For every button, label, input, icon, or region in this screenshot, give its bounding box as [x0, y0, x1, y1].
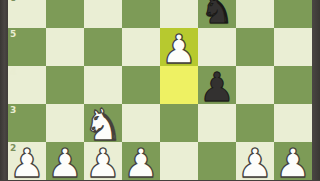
square-b3[interactable]	[46, 104, 84, 142]
square-e5[interactable]: ♟	[160, 28, 198, 66]
square-g4[interactable]	[236, 66, 274, 104]
square-g2[interactable]: ♟	[236, 142, 274, 180]
square-d5[interactable]	[122, 28, 160, 66]
square-e6[interactable]	[160, 0, 198, 28]
square-c3[interactable]: ♞	[84, 104, 122, 142]
square-f6[interactable]: ♞	[198, 0, 236, 28]
square-h4[interactable]	[274, 66, 312, 104]
white-pawn[interactable]: ♟	[9, 143, 45, 181]
square-f3[interactable]	[198, 104, 236, 142]
rank-label-3: 3	[10, 105, 16, 115]
white-pawn[interactable]: ♟	[47, 143, 83, 181]
square-c6[interactable]	[84, 0, 122, 28]
black-knight[interactable]: ♞	[200, 0, 233, 28]
square-d6[interactable]	[122, 0, 160, 28]
square-a3[interactable]: 3	[8, 104, 46, 142]
square-f5[interactable]	[198, 28, 236, 66]
square-f4[interactable]: ♟	[198, 66, 236, 104]
white-pawn[interactable]: ♟	[85, 143, 121, 181]
square-g6[interactable]	[236, 0, 274, 28]
square-h3[interactable]	[274, 104, 312, 142]
board-frame-right	[312, 0, 320, 180]
black-pawn[interactable]: ♟	[199, 67, 235, 107]
square-a2[interactable]: 2♟	[8, 142, 46, 180]
square-f2[interactable]	[198, 142, 236, 180]
square-h2[interactable]: ♟	[274, 142, 312, 180]
square-h5[interactable]	[274, 28, 312, 66]
chess-board: 6♞5♟4♟3♞2♟♟♟♟♟♟	[8, 0, 312, 180]
square-a6[interactable]: 6	[8, 0, 46, 28]
square-a4[interactable]: 4	[8, 66, 46, 104]
square-b2[interactable]: ♟	[46, 142, 84, 180]
square-c2[interactable]: ♟	[84, 142, 122, 180]
square-h6[interactable]	[274, 0, 312, 28]
rank-label-6: 6	[10, 0, 16, 3]
rank-label-4: 4	[10, 67, 16, 77]
white-pawn[interactable]: ♟	[275, 143, 311, 181]
square-e4[interactable]	[160, 66, 198, 104]
square-d4[interactable]	[122, 66, 160, 104]
white-pawn[interactable]: ♟	[123, 143, 159, 181]
square-g3[interactable]	[236, 104, 274, 142]
square-a5[interactable]: 5	[8, 28, 46, 66]
square-b6[interactable]	[46, 0, 84, 28]
rank-label-5: 5	[10, 29, 16, 39]
square-c5[interactable]	[84, 28, 122, 66]
square-d3[interactable]	[122, 104, 160, 142]
square-e2[interactable]	[160, 142, 198, 180]
square-g5[interactable]	[236, 28, 274, 66]
square-d2[interactable]: ♟	[122, 142, 160, 180]
square-b4[interactable]	[46, 66, 84, 104]
white-pawn[interactable]: ♟	[161, 29, 197, 69]
board-frame-left	[0, 0, 8, 180]
square-b5[interactable]	[46, 28, 84, 66]
white-pawn[interactable]: ♟	[237, 143, 273, 181]
square-e3[interactable]	[160, 104, 198, 142]
